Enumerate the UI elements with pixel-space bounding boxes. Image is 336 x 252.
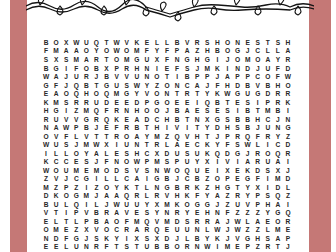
- grid-cell: N: [152, 184, 162, 193]
- grid-cell: I: [283, 201, 293, 210]
- grid-cell: C: [263, 116, 273, 125]
- grid-cell: H: [132, 107, 142, 116]
- grid-cell: G: [212, 116, 222, 125]
- grid-cell: G: [243, 175, 253, 184]
- grid-cell: U: [122, 141, 132, 150]
- grid-cell: Y: [212, 141, 222, 150]
- grid-cell: H: [81, 90, 91, 99]
- grid-cell: M: [81, 107, 91, 116]
- grid-cell: O: [51, 39, 61, 48]
- grid-cell: G: [122, 90, 132, 99]
- grid-cell: U: [263, 65, 273, 74]
- grid-cell: Y: [202, 235, 212, 244]
- grid-cell: Z: [283, 192, 293, 201]
- grid-cell: V: [81, 133, 91, 142]
- grid-cell: I: [162, 124, 172, 133]
- grid-cell: I: [283, 107, 293, 116]
- grid-cell: Y: [152, 48, 162, 57]
- grid-cell: A: [182, 107, 192, 116]
- grid-cell: R: [81, 73, 91, 82]
- grid-cell: I: [61, 65, 71, 74]
- grid-cell: X: [152, 201, 162, 210]
- grid-cell: F: [71, 65, 81, 74]
- grid-cell: Q: [142, 218, 152, 227]
- grid-cell: S: [61, 99, 71, 108]
- grid-cell: V: [112, 73, 122, 82]
- grid-cell: D: [283, 141, 293, 150]
- grid-cell: E: [71, 158, 81, 167]
- grid-cell: J: [243, 48, 253, 57]
- grid-cell: Q: [182, 167, 192, 176]
- grid-cell: G: [51, 107, 61, 116]
- grid-cell: K: [41, 99, 51, 108]
- grid-cell: B: [91, 65, 101, 74]
- grid-cell: R: [71, 99, 81, 108]
- grid-cell: E: [142, 39, 152, 48]
- grid-cell: O: [91, 90, 101, 99]
- grid-cell: V: [172, 124, 182, 133]
- grid-cell: E: [233, 243, 243, 252]
- grid-cell: J: [212, 73, 222, 82]
- grid-cell: A: [132, 175, 142, 184]
- grid-cell: Q: [101, 116, 111, 125]
- grid-cell: T: [202, 133, 212, 142]
- grid-cell: Z: [222, 201, 232, 210]
- grid-cell: F: [112, 124, 122, 133]
- grid-cell: C: [253, 48, 263, 57]
- grid-cell: H: [192, 133, 202, 142]
- grid-cell: D: [142, 116, 152, 125]
- grid-cell: V: [182, 39, 192, 48]
- right-accent-bar: [309, 0, 331, 252]
- grid-cell: A: [112, 192, 122, 201]
- grid-cell: T: [263, 39, 273, 48]
- grid-cell: R: [152, 141, 162, 150]
- grid-cell: G: [152, 175, 162, 184]
- grid-cell: R: [233, 192, 243, 201]
- grid-cell: E: [162, 65, 172, 74]
- grid-cell: U: [172, 226, 182, 235]
- grid-cell: R: [263, 133, 273, 142]
- grid-cell: J: [101, 201, 111, 210]
- grid-cell: I: [61, 107, 71, 116]
- grid-cell: P: [253, 201, 263, 210]
- grid-cell: Q: [273, 192, 283, 201]
- grid-cell: D: [283, 175, 293, 184]
- grid-cell: K: [212, 235, 222, 244]
- grid-cell: P: [222, 133, 232, 142]
- grid-cell: F: [222, 209, 232, 218]
- grid-cell: U: [81, 39, 91, 48]
- grid-cell: A: [81, 56, 91, 65]
- grid-cell: M: [152, 158, 162, 167]
- grid-cell: O: [182, 201, 192, 210]
- grid-cell: W: [112, 201, 122, 210]
- grid-cell: A: [212, 192, 222, 201]
- grid-cell: S: [122, 167, 132, 176]
- grid-cell: N: [192, 226, 202, 235]
- grid-cell: H: [202, 209, 212, 218]
- grid-cell: P: [172, 48, 182, 57]
- grid-cell: I: [122, 235, 132, 244]
- vine-garland-icon: [26, 0, 314, 26]
- grid-cell: H: [253, 235, 263, 244]
- grid-cell: I: [263, 184, 273, 193]
- grid-cell: G: [192, 201, 202, 210]
- grid-cell: P: [61, 184, 71, 193]
- grid-cell: J: [71, 141, 81, 150]
- grid-cell: C: [61, 158, 71, 167]
- grid-cell: E: [263, 218, 273, 227]
- grid-cell: K: [112, 116, 122, 125]
- grid-cell: J: [61, 82, 71, 91]
- grid-cell: W: [233, 226, 243, 235]
- grid-cell: E: [283, 226, 293, 235]
- grid-cell: V: [132, 167, 142, 176]
- grid-cell: O: [172, 167, 182, 176]
- grid-cell: X: [61, 39, 71, 48]
- grid-cell: R: [41, 116, 51, 125]
- grid-cell: L: [182, 235, 192, 244]
- grid-cell: Q: [91, 107, 101, 116]
- grid-cell: R: [273, 99, 283, 108]
- grid-cell: H: [273, 82, 283, 91]
- grid-cell: J: [222, 56, 232, 65]
- grid-cell: U: [263, 158, 273, 167]
- grid-cell: G: [182, 56, 192, 65]
- grid-cell: D: [162, 150, 172, 159]
- grid-cell: G: [233, 48, 243, 57]
- grid-cell: L: [142, 192, 152, 201]
- grid-cell: W: [91, 141, 101, 150]
- grid-cell: K: [283, 99, 293, 108]
- grid-cell: O: [101, 48, 111, 57]
- grid-cell: Y: [243, 184, 253, 193]
- grid-cell: U: [112, 82, 122, 91]
- grid-cell: S: [142, 209, 152, 218]
- grid-cell: I: [263, 175, 273, 184]
- grid-cell: L: [202, 226, 212, 235]
- grid-cell: T: [233, 184, 243, 193]
- grid-cell: R: [101, 209, 111, 218]
- grid-cell: Q: [283, 209, 293, 218]
- grid-cell: X: [101, 141, 111, 150]
- grid-cell: R: [283, 90, 293, 99]
- grid-cell: P: [202, 73, 212, 82]
- grid-cell: V: [243, 201, 253, 210]
- grid-cell: U: [263, 124, 273, 133]
- grid-cell: B: [162, 175, 172, 184]
- grid-cell: E: [132, 209, 142, 218]
- grid-cell: V: [61, 116, 71, 125]
- grid-cell: E: [122, 116, 132, 125]
- grid-cell: F: [101, 158, 111, 167]
- grid-cell: F: [41, 48, 51, 57]
- grid-cell: E: [81, 167, 91, 176]
- grid-cell: B: [243, 124, 253, 133]
- grid-cell: J: [222, 226, 232, 235]
- grid-cell: R: [192, 39, 202, 48]
- word-search-grid: BOXWUQTWVKELLBVRSHONESTSHFMAAOYOWOMFYFPA…: [41, 39, 293, 252]
- grid-cell: I: [91, 175, 101, 184]
- grid-cell: F: [122, 218, 132, 227]
- grid-cell: K: [192, 184, 202, 193]
- grid-cell: J: [61, 175, 71, 184]
- grid-cell: R: [81, 99, 91, 108]
- grid-cell: M: [51, 48, 61, 57]
- grid-cell: V: [122, 39, 132, 48]
- grid-cell: M: [243, 56, 253, 65]
- grid-cell: Z: [283, 133, 293, 142]
- grid-cell: A: [172, 141, 182, 150]
- grid-cell: Y: [273, 56, 283, 65]
- grid-cell: O: [101, 226, 111, 235]
- grid-cell: H: [41, 107, 51, 116]
- grid-cell: P: [283, 235, 293, 244]
- grid-cell: Z: [71, 184, 81, 193]
- grid-cell: E: [192, 107, 202, 116]
- grid-cell: O: [222, 39, 232, 48]
- grid-cell: J: [91, 158, 101, 167]
- grid-cell: W: [112, 48, 122, 57]
- grid-cell: N: [142, 73, 152, 82]
- grid-cell: I: [212, 167, 222, 176]
- grid-cell: B: [212, 48, 222, 57]
- grid-cell: O: [81, 65, 91, 74]
- grid-cell: V: [142, 90, 152, 99]
- grid-cell: N: [192, 243, 202, 252]
- grid-cell: G: [253, 90, 263, 99]
- grid-cell: B: [243, 116, 253, 125]
- grid-cell: G: [152, 99, 162, 108]
- grid-cell: V: [222, 158, 232, 167]
- grid-cell: S: [41, 56, 51, 65]
- grid-cell: T: [222, 99, 232, 108]
- grid-cell: M: [152, 133, 162, 142]
- grid-cell: I: [222, 65, 232, 74]
- grid-cell: R: [202, 218, 212, 227]
- grid-cell: E: [112, 150, 122, 159]
- grid-cell: X: [273, 167, 283, 176]
- grid-cell: M: [222, 243, 232, 252]
- grid-cell: Q: [71, 82, 81, 91]
- grid-cell: Y: [192, 158, 202, 167]
- grid-cell: F: [253, 175, 263, 184]
- grid-cell: I: [212, 56, 222, 65]
- grid-cell: Y: [263, 209, 273, 218]
- grid-cell: U: [61, 167, 71, 176]
- grid-cell: O: [273, 218, 283, 227]
- grid-cell: F: [101, 107, 111, 116]
- grid-cell: E: [162, 226, 172, 235]
- grid-cell: Z: [222, 192, 232, 201]
- grid-cell: E: [41, 90, 51, 99]
- grid-cell: T: [51, 209, 61, 218]
- grid-cell: B: [273, 107, 283, 116]
- grid-cell: G: [71, 235, 81, 244]
- grid-cell: P: [81, 218, 91, 227]
- grid-cell: G: [202, 201, 212, 210]
- grid-cell: B: [81, 82, 91, 91]
- grid-cell: L: [51, 218, 61, 227]
- grid-cell: P: [192, 73, 202, 82]
- grid-cell: N: [152, 167, 162, 176]
- grid-cell: C: [122, 175, 132, 184]
- grid-cell: Z: [162, 133, 172, 142]
- grid-cell: A: [192, 82, 202, 91]
- grid-cell: T: [172, 90, 182, 99]
- grid-cell: J: [283, 243, 293, 252]
- grid-cell: W: [71, 39, 81, 48]
- grid-cell: A: [182, 48, 192, 57]
- grid-cell: F: [142, 48, 152, 57]
- grid-cell: D: [283, 65, 293, 74]
- grid-cell: P: [142, 99, 152, 108]
- grid-cell: I: [152, 65, 162, 74]
- grid-cell: Q: [273, 150, 283, 159]
- grid-cell: B: [101, 73, 111, 82]
- grid-cell: X: [152, 150, 162, 159]
- grid-cell: J: [202, 82, 212, 91]
- grid-cell: X: [101, 65, 111, 74]
- grid-cell: Q: [172, 133, 182, 142]
- grid-cell: Z: [91, 184, 101, 193]
- grid-cell: E: [182, 99, 192, 108]
- grid-cell: S: [243, 99, 253, 108]
- grid-cell: Y: [182, 209, 192, 218]
- grid-cell: K: [202, 150, 212, 159]
- grid-cell: N: [172, 56, 182, 65]
- grid-cell: W: [41, 141, 51, 150]
- grid-cell: D: [263, 90, 273, 99]
- grid-cell: B: [243, 107, 253, 116]
- grid-cell: L: [61, 150, 71, 159]
- grid-cell: G: [132, 56, 142, 65]
- grid-cell: T: [142, 141, 152, 150]
- grid-cell: S: [61, 141, 71, 150]
- grid-cell: W: [233, 218, 243, 227]
- grid-cell: T: [91, 82, 101, 91]
- grid-cell: E: [172, 99, 182, 108]
- grid-cell: X: [81, 226, 91, 235]
- grid-cell: O: [152, 90, 162, 99]
- grid-cell: R: [283, 150, 293, 159]
- grid-cell: C: [273, 141, 283, 150]
- grid-cell: I: [212, 158, 222, 167]
- grid-cell: A: [263, 56, 273, 65]
- grid-cell: O: [222, 48, 232, 57]
- grid-cell: A: [132, 226, 142, 235]
- grid-cell: P: [172, 158, 182, 167]
- grid-cell: X: [152, 235, 162, 244]
- grid-cell: S: [122, 243, 132, 252]
- grid-cell: E: [202, 167, 212, 176]
- grid-cell: P: [243, 73, 253, 82]
- grid-cell: V: [162, 192, 172, 201]
- grid-cell: B: [263, 82, 273, 91]
- grid-cell: P: [243, 243, 253, 252]
- grid-cell: S: [81, 158, 91, 167]
- grid-cell: I: [41, 150, 51, 159]
- grid-cell: O: [152, 73, 162, 82]
- grid-cell: E: [243, 39, 253, 48]
- grid-cell: W: [61, 124, 71, 133]
- grid-cell: T: [101, 133, 111, 142]
- grid-cell: R: [152, 192, 162, 201]
- grid-cell: D: [101, 99, 111, 108]
- grid-cell: L: [253, 141, 263, 150]
- grid-cell: I: [81, 201, 91, 210]
- grid-cell: R: [91, 116, 101, 125]
- grid-cell: I: [142, 175, 152, 184]
- grid-cell: N: [41, 235, 51, 244]
- grid-cell: U: [182, 226, 192, 235]
- grid-cell: O: [122, 48, 132, 57]
- grid-cell: K: [212, 90, 222, 99]
- grid-cell: E: [233, 99, 243, 108]
- grid-cell: Y: [81, 150, 91, 159]
- grid-cell: S: [142, 167, 152, 176]
- grid-cell: M: [162, 218, 172, 227]
- grid-cell: B: [41, 201, 51, 210]
- grid-cell: S: [202, 39, 212, 48]
- grid-cell: I: [233, 107, 243, 116]
- grid-cell: F: [51, 82, 61, 91]
- grid-cell: K: [122, 184, 132, 193]
- grid-cell: R: [233, 133, 243, 142]
- grid-cell: A: [273, 201, 283, 210]
- grid-cell: O: [112, 56, 122, 65]
- grid-cell: G: [101, 82, 111, 91]
- grid-cell: R: [253, 158, 263, 167]
- grid-cell: B: [91, 218, 101, 227]
- grid-cell: S: [61, 56, 71, 65]
- grid-cell: R: [122, 124, 132, 133]
- grid-cell: R: [132, 192, 142, 201]
- grid-cell: A: [132, 133, 142, 142]
- grid-cell: Y: [132, 90, 142, 99]
- grid-cell: K: [172, 201, 182, 210]
- grid-cell: F: [61, 133, 71, 142]
- grid-cell: A: [112, 209, 122, 218]
- grid-cell: O: [233, 56, 243, 65]
- grid-cell: S: [182, 65, 192, 74]
- grid-cell: G: [81, 175, 91, 184]
- grid-cell: O: [122, 158, 132, 167]
- grid-cell: B: [152, 243, 162, 252]
- grid-cell: M: [51, 226, 61, 235]
- grid-cell: Z: [253, 243, 263, 252]
- grid-cell: J: [253, 124, 263, 133]
- grid-cell: J: [91, 124, 101, 133]
- grid-cell: Q: [71, 201, 81, 210]
- grid-cell: Z: [243, 209, 253, 218]
- grid-cell: O: [101, 167, 111, 176]
- grid-cell: L: [162, 39, 172, 48]
- grid-cell: Y: [112, 184, 122, 193]
- grid-cell: M: [132, 218, 142, 227]
- grid-cell: N: [273, 124, 283, 133]
- grid-cell: A: [222, 73, 232, 82]
- grid-cell: S: [162, 158, 172, 167]
- grid-cell: U: [71, 73, 81, 82]
- grid-cell: H: [253, 116, 263, 125]
- grid-cell: X: [202, 158, 212, 167]
- grid-cell: Z: [202, 175, 212, 184]
- grid-cell: V: [233, 235, 243, 244]
- grid-cell: L: [263, 48, 273, 57]
- grid-cell: Y: [202, 90, 212, 99]
